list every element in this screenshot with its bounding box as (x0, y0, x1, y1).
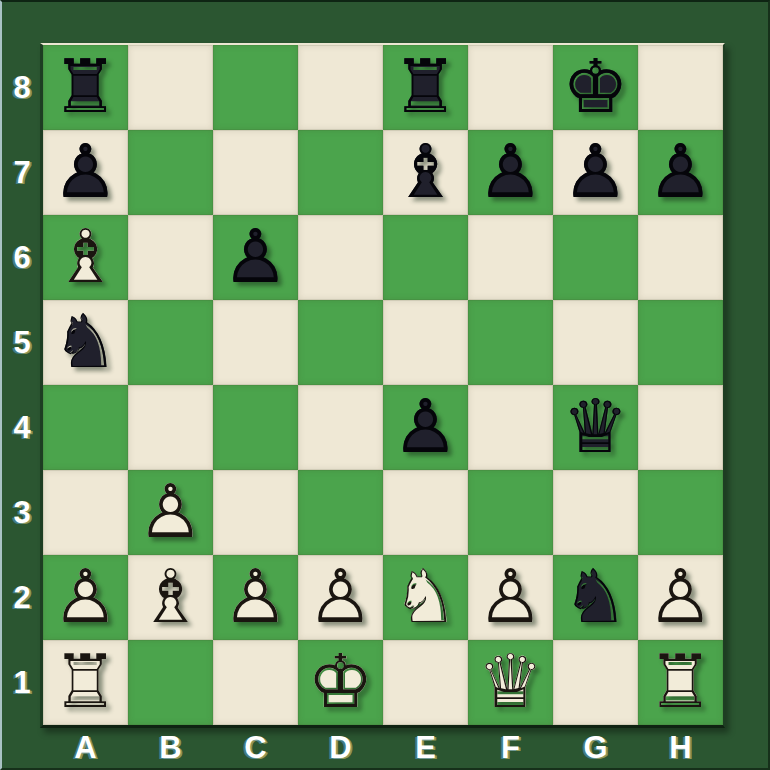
square-d3[interactable] (298, 470, 383, 555)
piece-outline: ♘ (383, 555, 468, 640)
square-d2[interactable]: ♟♙ (298, 555, 383, 640)
piece-outline: ♙ (383, 385, 468, 470)
piece-outline: ♗ (128, 555, 213, 640)
piece-outline: ♖ (43, 45, 128, 130)
square-c7[interactable] (213, 130, 298, 215)
square-b3[interactable]: ♟♙ (128, 470, 213, 555)
rank-label-7: 7 (4, 130, 40, 215)
piece-outline: ♖ (638, 640, 723, 725)
file-label-e: E (383, 728, 468, 770)
square-b4[interactable] (128, 385, 213, 470)
rank-label-1: 1 (4, 640, 40, 725)
piece-black-queen[interactable]: ♛♕ (553, 385, 638, 470)
piece-white-pawn[interactable]: ♟♙ (128, 470, 213, 555)
square-g3[interactable] (553, 470, 638, 555)
piece-outline: ♙ (638, 130, 723, 215)
square-e1[interactable] (383, 640, 468, 725)
piece-black-rook[interactable]: ♜♖ (383, 45, 468, 130)
piece-white-pawn[interactable]: ♟♙ (43, 555, 128, 640)
square-f5[interactable] (468, 300, 553, 385)
piece-outline: ♘ (553, 555, 638, 640)
piece-white-bishop[interactable]: ♝♗ (43, 215, 128, 300)
square-h5[interactable] (638, 300, 723, 385)
square-a6[interactable]: ♝♗ (43, 215, 128, 300)
square-b2[interactable]: ♝♗ (128, 555, 213, 640)
square-e6[interactable] (383, 215, 468, 300)
piece-outline: ♙ (298, 555, 383, 640)
square-f1[interactable]: ♛♕ (468, 640, 553, 725)
rank-label-5: 5 (4, 300, 40, 385)
square-g8[interactable]: ♚♔ (553, 45, 638, 130)
square-h2[interactable]: ♟♙ (638, 555, 723, 640)
square-a2[interactable]: ♟♙ (43, 555, 128, 640)
piece-white-rook[interactable]: ♜♖ (638, 640, 723, 725)
piece-black-bishop[interactable]: ♝♗ (383, 130, 468, 215)
piece-white-pawn[interactable]: ♟♙ (298, 555, 383, 640)
square-e5[interactable] (383, 300, 468, 385)
square-f4[interactable] (468, 385, 553, 470)
square-a1[interactable]: ♜♖ (43, 640, 128, 725)
square-c8[interactable] (213, 45, 298, 130)
piece-outline: ♗ (383, 130, 468, 215)
square-d8[interactable] (298, 45, 383, 130)
square-b1[interactable] (128, 640, 213, 725)
square-c1[interactable] (213, 640, 298, 725)
square-e3[interactable] (383, 470, 468, 555)
square-c3[interactable] (213, 470, 298, 555)
piece-outline: ♙ (553, 130, 638, 215)
square-h8[interactable] (638, 45, 723, 130)
piece-white-rook[interactable]: ♜♖ (43, 640, 128, 725)
square-h3[interactable] (638, 470, 723, 555)
piece-black-knight[interactable]: ♞♘ (553, 555, 638, 640)
square-g5[interactable] (553, 300, 638, 385)
rank-label-8: 8 (4, 45, 40, 130)
square-a4[interactable] (43, 385, 128, 470)
piece-outline: ♙ (128, 470, 213, 555)
file-label-a: A (43, 728, 128, 770)
square-g7[interactable]: ♟♙ (553, 130, 638, 215)
piece-black-king[interactable]: ♚♔ (553, 45, 638, 130)
piece-white-queen[interactable]: ♛♕ (468, 640, 553, 725)
piece-outline: ♙ (468, 130, 553, 215)
square-h4[interactable] (638, 385, 723, 470)
square-c4[interactable] (213, 385, 298, 470)
square-d1[interactable]: ♚♔ (298, 640, 383, 725)
file-label-c: C (213, 728, 298, 770)
piece-black-pawn[interactable]: ♟♙ (213, 215, 298, 300)
file-label-b: B (128, 728, 213, 770)
piece-white-knight[interactable]: ♞♘ (383, 555, 468, 640)
piece-outline: ♔ (553, 45, 638, 130)
piece-outline: ♘ (43, 300, 128, 385)
piece-black-pawn[interactable]: ♟♙ (638, 130, 723, 215)
piece-outline: ♙ (213, 555, 298, 640)
chess-app-window: ♜♖♜♖♚♔♟♙♝♗♟♙♟♙♟♙♝♗♟♙♞♘♟♙♛♕♟♙♟♙♝♗♟♙♟♙♞♘♟♙… (0, 0, 770, 770)
file-label-f: F (468, 728, 553, 770)
square-e8[interactable]: ♜♖ (383, 45, 468, 130)
file-label-g: G (553, 728, 638, 770)
square-d4[interactable] (298, 385, 383, 470)
piece-outline: ♙ (638, 555, 723, 640)
square-b5[interactable] (128, 300, 213, 385)
piece-outline: ♖ (383, 45, 468, 130)
piece-outline: ♙ (43, 555, 128, 640)
piece-black-pawn[interactable]: ♟♙ (43, 130, 128, 215)
rank-label-2: 2 (4, 555, 40, 640)
square-c6[interactable]: ♟♙ (213, 215, 298, 300)
piece-white-bishop[interactable]: ♝♗ (128, 555, 213, 640)
square-f6[interactable] (468, 215, 553, 300)
piece-black-knight[interactable]: ♞♘ (43, 300, 128, 385)
square-a3[interactable] (43, 470, 128, 555)
square-e2[interactable]: ♞♘ (383, 555, 468, 640)
square-b7[interactable] (128, 130, 213, 215)
square-b6[interactable] (128, 215, 213, 300)
piece-outline: ♙ (213, 215, 298, 300)
square-g1[interactable] (553, 640, 638, 725)
piece-white-pawn[interactable]: ♟♙ (638, 555, 723, 640)
rank-label-3: 3 (4, 470, 40, 555)
square-d5[interactable] (298, 300, 383, 385)
piece-outline: ♗ (43, 215, 128, 300)
square-a7[interactable]: ♟♙ (43, 130, 128, 215)
square-e7[interactable]: ♝♗ (383, 130, 468, 215)
rank-label-4: 4 (4, 385, 40, 470)
square-c5[interactable] (213, 300, 298, 385)
piece-outline: ♔ (298, 640, 383, 725)
piece-black-pawn[interactable]: ♟♙ (553, 130, 638, 215)
piece-outline: ♙ (43, 130, 128, 215)
rank-label-6: 6 (4, 215, 40, 300)
square-f7[interactable]: ♟♙ (468, 130, 553, 215)
square-g6[interactable] (553, 215, 638, 300)
piece-outline: ♕ (553, 385, 638, 470)
piece-white-king[interactable]: ♚♔ (298, 640, 383, 725)
chess-board: ♜♖♜♖♚♔♟♙♝♗♟♙♟♙♟♙♝♗♟♙♞♘♟♙♛♕♟♙♟♙♝♗♟♙♟♙♞♘♟♙… (43, 45, 723, 725)
square-f2[interactable]: ♟♙ (468, 555, 553, 640)
file-label-d: D (298, 728, 383, 770)
square-e4[interactable]: ♟♙ (383, 385, 468, 470)
piece-black-rook[interactable]: ♜♖ (43, 45, 128, 130)
square-a8[interactable]: ♜♖ (43, 45, 128, 130)
piece-black-pawn[interactable]: ♟♙ (383, 385, 468, 470)
piece-outline: ♖ (43, 640, 128, 725)
piece-white-pawn[interactable]: ♟♙ (213, 555, 298, 640)
square-g4[interactable]: ♛♕ (553, 385, 638, 470)
square-d6[interactable] (298, 215, 383, 300)
square-d7[interactable] (298, 130, 383, 215)
piece-outline: ♙ (468, 555, 553, 640)
board-frame: ♜♖♜♖♚♔♟♙♝♗♟♙♟♙♟♙♝♗♟♙♞♘♟♙♛♕♟♙♟♙♝♗♟♙♟♙♞♘♟♙… (40, 43, 725, 728)
square-h6[interactable] (638, 215, 723, 300)
square-f3[interactable] (468, 470, 553, 555)
piece-black-pawn[interactable]: ♟♙ (468, 130, 553, 215)
file-label-h: H (638, 728, 723, 770)
piece-white-pawn[interactable]: ♟♙ (468, 555, 553, 640)
square-f8[interactable] (468, 45, 553, 130)
square-h7[interactable]: ♟♙ (638, 130, 723, 215)
square-c2[interactable]: ♟♙ (213, 555, 298, 640)
square-h1[interactable]: ♜♖ (638, 640, 723, 725)
piece-outline: ♕ (468, 640, 553, 725)
square-a5[interactable]: ♞♘ (43, 300, 128, 385)
square-g2[interactable]: ♞♘ (553, 555, 638, 640)
square-b8[interactable] (128, 45, 213, 130)
